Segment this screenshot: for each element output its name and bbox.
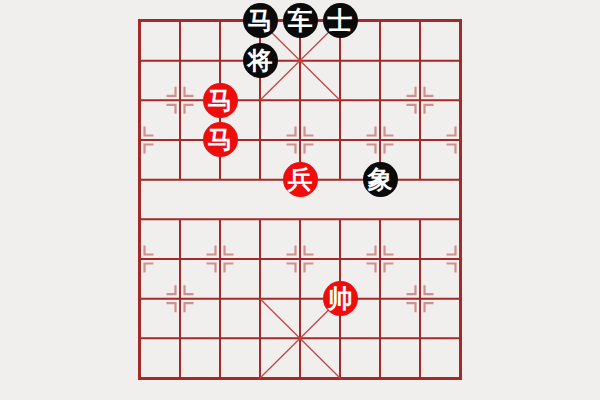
piece-black-general[interactable]: 将 (243, 43, 278, 78)
piece-black-horse-1[interactable]: 马 (243, 3, 278, 38)
piece-red-horse-1[interactable]: 马 (203, 83, 238, 118)
xiangqi-board: 马车士将马马兵象帅 (0, 0, 600, 400)
piece-layer: 马车士将马马兵象帅 (120, 1, 480, 398)
piece-red-general[interactable]: 帅 (323, 281, 358, 316)
piece-black-chariot[interactable]: 车 (283, 3, 318, 38)
piece-red-horse-2[interactable]: 马 (203, 122, 238, 157)
piece-black-advisor[interactable]: 士 (323, 3, 358, 38)
piece-red-soldier[interactable]: 兵 (283, 162, 318, 197)
piece-black-elephant[interactable]: 象 (363, 162, 398, 197)
